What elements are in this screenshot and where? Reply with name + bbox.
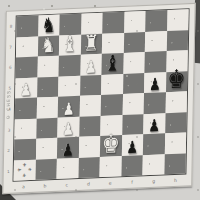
black-pawn-g3: ♟ <box>143 117 165 135</box>
white-knight-b7: ♞ <box>37 35 59 56</box>
square-f6 <box>123 52 145 73</box>
chess-board: 87654321 abcdefgh © CHESS ♞♞♝♜♟♝♟♟♚♟♟♟♟♚… <box>2 3 195 194</box>
corner-emblem: ⚜⚜⚜⚜ <box>18 163 31 177</box>
square-f1 <box>121 155 143 176</box>
black-pawn-c2: ♟ <box>57 141 79 159</box>
square-c2: ♟ <box>57 137 79 158</box>
square-b6 <box>37 56 59 77</box>
square-e8 <box>102 12 124 33</box>
rank-label-7: 7 <box>7 36 14 57</box>
square-g6 <box>144 51 166 72</box>
square-f8 <box>124 11 146 32</box>
fleur-icon: ⚜ <box>17 168 22 173</box>
square-e2: ♚ <box>100 135 122 156</box>
file-label-e: e <box>99 178 121 188</box>
square-b4 <box>36 97 58 118</box>
square-c8 <box>59 14 81 35</box>
board-grid: ♞♞♝♜♟♝♟♟♚♟♟♟♟♚♟⚜⚜⚜⚜ <box>13 8 190 182</box>
rank-label-2: 2 <box>5 140 12 161</box>
square-d5 <box>80 74 102 95</box>
square-h7 <box>166 30 188 51</box>
rank-label-3: 3 <box>5 119 12 140</box>
square-g4 <box>144 92 166 113</box>
square-e1 <box>99 156 121 177</box>
square-g7 <box>145 31 167 52</box>
file-label-d: d <box>78 179 100 189</box>
square-a8 <box>16 15 38 36</box>
square-h1 <box>164 153 186 174</box>
square-g2 <box>143 133 165 154</box>
square-a1: ⚜⚜⚜⚜ <box>14 159 36 180</box>
square-d1 <box>78 157 100 178</box>
square-a6 <box>16 57 38 78</box>
fleur-icon: ⚜ <box>22 172 27 177</box>
file-label-h: h <box>164 175 186 185</box>
rank-label-6: 6 <box>7 57 14 78</box>
square-a7 <box>16 36 38 57</box>
white-pawn-c4: ♟ <box>58 100 80 118</box>
square-c1 <box>57 157 79 178</box>
square-f4 <box>122 93 144 114</box>
square-e3 <box>100 115 122 136</box>
square-h6 <box>166 50 188 71</box>
square-b8: ♞ <box>38 15 60 36</box>
square-d4 <box>79 95 101 116</box>
white-pawn-c3: ♟ <box>57 120 79 138</box>
square-h8 <box>167 9 189 30</box>
square-e4 <box>101 94 123 115</box>
square-h4 <box>165 91 187 112</box>
square-f5 <box>123 73 145 94</box>
square-a3 <box>14 118 36 139</box>
square-d7: ♜ <box>80 33 102 54</box>
square-f2: ♟ <box>121 134 143 155</box>
square-g3: ♟ <box>143 113 165 134</box>
square-g1 <box>142 154 164 175</box>
white-pawn-a5: ♟ <box>15 81 37 99</box>
rank-label-8: 8 <box>7 15 14 36</box>
square-g8 <box>145 10 167 31</box>
black-pawn-f2: ♟ <box>121 138 143 156</box>
square-c7: ♝ <box>59 34 81 55</box>
square-b5 <box>37 76 59 97</box>
black-bishop-e6: ♝ <box>101 52 123 75</box>
file-label-a: a <box>12 182 34 192</box>
rank-label-1: 1 <box>5 161 12 182</box>
square-b3 <box>36 117 58 138</box>
square-h3 <box>165 112 187 133</box>
fleur-icon: ⚜ <box>27 167 32 172</box>
square-f7 <box>123 32 145 53</box>
square-d8 <box>81 13 103 34</box>
white-pawn-d6: ♟ <box>80 58 102 76</box>
board-brand-text: © CHESS <box>5 90 11 120</box>
white-rook-d7: ♜ <box>80 32 102 55</box>
square-d6: ♟ <box>80 54 102 75</box>
square-c3: ♟ <box>57 116 79 137</box>
square-b1 <box>35 158 57 179</box>
square-h2 <box>164 132 186 153</box>
square-e5 <box>101 73 123 94</box>
file-label-g: g <box>143 176 165 186</box>
square-d3 <box>79 115 101 136</box>
square-c4: ♟ <box>58 96 80 117</box>
square-a4 <box>15 98 37 119</box>
square-f3 <box>122 114 144 135</box>
square-a5: ♟ <box>15 77 37 98</box>
file-label-b: b <box>34 181 56 191</box>
file-label-c: c <box>56 180 78 190</box>
square-g5: ♟ <box>144 72 166 93</box>
square-e7 <box>102 32 124 53</box>
black-pawn-g5: ♟ <box>144 76 166 94</box>
square-b7: ♞ <box>37 35 59 56</box>
square-c6 <box>58 55 80 76</box>
square-a2 <box>14 139 36 160</box>
square-h5: ♚ <box>166 71 188 92</box>
white-bishop-c7: ♝ <box>59 33 81 56</box>
square-e6: ♝ <box>101 53 123 74</box>
photo-background: 87654321 abcdefgh © CHESS ♞♞♝♜♟♝♟♟♚♟♟♟♟♚… <box>0 0 200 200</box>
square-d2 <box>78 136 100 157</box>
file-label-f: f <box>121 177 143 187</box>
black-knight-b8: ♞ <box>38 15 60 36</box>
square-b2 <box>35 138 57 159</box>
square-c5 <box>58 75 80 96</box>
